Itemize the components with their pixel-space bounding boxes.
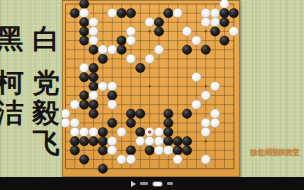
player-name-char: 柯 — [0, 68, 26, 98]
white-color-label: 白 — [30, 24, 62, 54]
white-player-label: 白 党毅飞 — [30, 24, 62, 158]
player-name-char: 飞 — [30, 128, 62, 158]
black-color-label: 黑 — [0, 24, 26, 54]
go-board-grid — [62, 0, 240, 177]
progress-dash — [140, 182, 148, 185]
progress-dash — [167, 182, 173, 185]
black-player-name: 柯洁 — [0, 68, 26, 128]
play-icon[interactable] — [131, 181, 136, 187]
video-controls — [0, 177, 304, 190]
video-frame[interactable]: 黑 柯洁 白 党毅飞 徐老师围棋教室 — [0, 0, 304, 190]
player-name-char: 洁 — [0, 98, 26, 128]
go-board — [62, 0, 240, 177]
black-player-label: 黑 柯洁 — [0, 24, 26, 128]
label-gap — [30, 54, 62, 68]
channel-watermark: 徐老师围棋教室 — [250, 148, 304, 158]
player-name-char: 毅 — [30, 98, 62, 128]
label-gap — [0, 54, 26, 68]
toggle-pill[interactable] — [152, 181, 163, 187]
player-name-char: 党 — [30, 68, 62, 98]
white-player-name: 党毅飞 — [30, 68, 62, 158]
